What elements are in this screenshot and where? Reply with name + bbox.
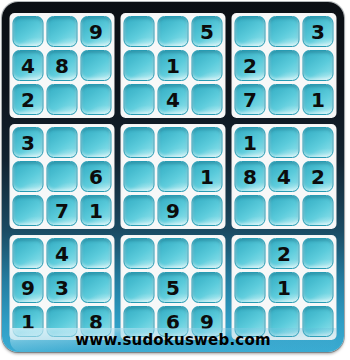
footer-band: www.sudokusweb.com (10, 328, 336, 352)
cell-r1c6[interactable]: 5 (192, 16, 223, 47)
cell-r5c6[interactable]: 1 (192, 161, 223, 192)
cell-r7c8[interactable]: 2 (269, 238, 300, 269)
cell-r6c3[interactable]: 1 (81, 195, 112, 226)
cell-r8c5[interactable]: 5 (158, 272, 189, 303)
cell-r5c2[interactable] (47, 161, 78, 192)
cell-r7c5[interactable] (158, 238, 189, 269)
cell-r4c2[interactable] (47, 127, 78, 158)
cell-r6c1[interactable] (13, 195, 44, 226)
cell-r2c5[interactable]: 1 (158, 50, 189, 81)
cell-r2c3[interactable] (81, 50, 112, 81)
cell-r4c8[interactable] (269, 127, 300, 158)
cell-r7c4[interactable] (124, 238, 155, 269)
cell-r5c9[interactable]: 2 (303, 161, 334, 192)
sudoku-frame: 9482514327136711918424931856921 www.sudo… (2, 2, 344, 352)
cell-r5c4[interactable] (124, 161, 155, 192)
cell-r3c5[interactable]: 4 (158, 84, 189, 115)
box-2-3: 1842 (232, 124, 337, 229)
cell-r6c8[interactable] (269, 195, 300, 226)
cell-r7c7[interactable] (235, 238, 266, 269)
cell-r4c1[interactable]: 3 (13, 127, 44, 158)
cell-r2c1[interactable]: 4 (13, 50, 44, 81)
cell-r4c9[interactable] (303, 127, 334, 158)
cell-r8c6[interactable] (192, 272, 223, 303)
cell-r2c2[interactable]: 8 (47, 50, 78, 81)
cell-r3c7[interactable]: 7 (235, 84, 266, 115)
cell-r6c7[interactable] (235, 195, 266, 226)
cell-r8c8[interactable]: 1 (269, 272, 300, 303)
cell-r8c2[interactable]: 3 (47, 272, 78, 303)
cell-r8c3[interactable] (81, 272, 112, 303)
cell-r4c7[interactable]: 1 (235, 127, 266, 158)
cell-r5c3[interactable]: 6 (81, 161, 112, 192)
cell-r4c3[interactable] (81, 127, 112, 158)
cell-r8c4[interactable] (124, 272, 155, 303)
page: { "game": "sudoku", "position": "0090050… (0, 0, 350, 360)
cell-r5c7[interactable]: 8 (235, 161, 266, 192)
cell-r7c9[interactable] (303, 238, 334, 269)
footer-link[interactable]: www.sudokusweb.com (75, 331, 270, 349)
box-3-1: 49318 (10, 235, 115, 340)
cell-r8c1[interactable]: 9 (13, 272, 44, 303)
cell-r7c2[interactable]: 4 (47, 238, 78, 269)
cell-r1c1[interactable] (13, 16, 44, 47)
cell-r3c1[interactable]: 2 (13, 84, 44, 115)
cell-r7c6[interactable] (192, 238, 223, 269)
cell-r6c5[interactable]: 9 (158, 195, 189, 226)
box-2-2: 19 (121, 124, 226, 229)
box-3-2: 569 (121, 235, 226, 340)
cell-r5c8[interactable]: 4 (269, 161, 300, 192)
cell-r6c4[interactable] (124, 195, 155, 226)
cell-r2c4[interactable] (124, 50, 155, 81)
cell-r3c2[interactable] (47, 84, 78, 115)
cell-r6c9[interactable] (303, 195, 334, 226)
box-3-3: 21 (232, 235, 337, 340)
cell-r3c4[interactable] (124, 84, 155, 115)
cell-r2c6[interactable] (192, 50, 223, 81)
cell-r6c6[interactable] (192, 195, 223, 226)
box-1-3: 3271 (232, 13, 337, 118)
cell-r3c6[interactable] (192, 84, 223, 115)
box-2-1: 3671 (10, 124, 115, 229)
sudoku-board: 9482514327136711918424931856921 (10, 13, 337, 340)
cell-r5c5[interactable] (158, 161, 189, 192)
cell-r3c3[interactable] (81, 84, 112, 115)
box-1-2: 514 (121, 13, 226, 118)
cell-r7c1[interactable] (13, 238, 44, 269)
cell-r2c9[interactable] (303, 50, 334, 81)
cell-r4c5[interactable] (158, 127, 189, 158)
cell-r1c8[interactable] (269, 16, 300, 47)
cell-r6c2[interactable]: 7 (47, 195, 78, 226)
cell-r7c3[interactable] (81, 238, 112, 269)
box-1-1: 9482 (10, 13, 115, 118)
cell-r3c9[interactable]: 1 (303, 84, 334, 115)
cell-r1c2[interactable] (47, 16, 78, 47)
cell-r5c1[interactable] (13, 161, 44, 192)
cell-r1c9[interactable]: 3 (303, 16, 334, 47)
cell-r2c7[interactable]: 2 (235, 50, 266, 81)
cell-r4c6[interactable] (192, 127, 223, 158)
cell-r8c9[interactable] (303, 272, 334, 303)
cell-r8c7[interactable] (235, 272, 266, 303)
cell-r1c3[interactable]: 9 (81, 16, 112, 47)
cell-r3c8[interactable] (269, 84, 300, 115)
cell-r1c4[interactable] (124, 16, 155, 47)
cell-r1c5[interactable] (158, 16, 189, 47)
cell-r1c7[interactable] (235, 16, 266, 47)
cell-r4c4[interactable] (124, 127, 155, 158)
cell-r2c8[interactable] (269, 50, 300, 81)
